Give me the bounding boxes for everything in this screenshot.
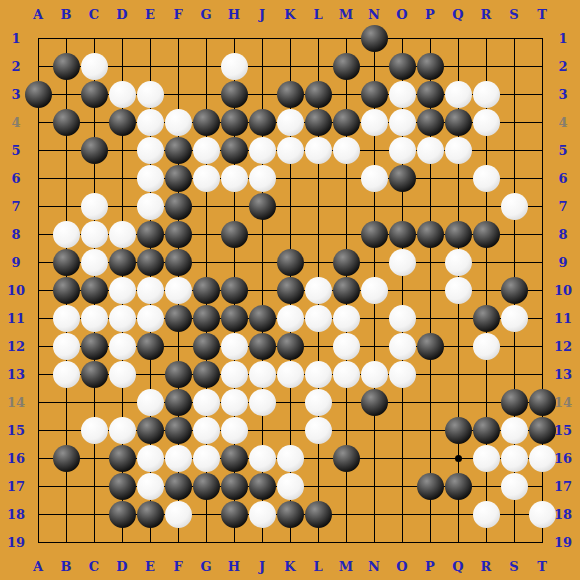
col-label-bottom-N: N	[368, 559, 380, 574]
col-label-top-A: A	[33, 7, 43, 22]
stone-black-H4[interactable]	[221, 109, 248, 136]
stone-black-E18[interactable]	[137, 501, 164, 528]
col-label-bottom-J: J	[259, 559, 265, 574]
stone-white-M5[interactable]	[333, 137, 360, 164]
stone-black-G4[interactable]	[193, 109, 220, 136]
row-label-right-7: 7	[558, 199, 567, 214]
row-label-right-9: 9	[558, 255, 567, 270]
stone-black-P8[interactable]	[417, 221, 444, 248]
stone-black-H8[interactable]	[221, 221, 248, 248]
row-label-left-4: 4	[11, 115, 20, 130]
stone-black-G12[interactable]	[193, 333, 220, 360]
stone-black-K10[interactable]	[277, 277, 304, 304]
col-label-top-H: H	[228, 7, 240, 22]
stone-black-F9[interactable]	[165, 249, 192, 276]
stone-black-H18[interactable]	[221, 501, 248, 528]
row-label-right-2: 2	[558, 59, 567, 74]
row-label-left-3: 3	[11, 87, 20, 102]
stone-black-K12[interactable]	[277, 333, 304, 360]
stone-white-G14[interactable]	[193, 389, 220, 416]
stone-white-N10[interactable]	[361, 277, 388, 304]
row-label-left-11: 11	[7, 311, 25, 326]
row-label-right-13: 13	[554, 367, 572, 382]
stone-black-C13[interactable]	[81, 361, 108, 388]
stone-black-E8[interactable]	[137, 221, 164, 248]
stone-black-J12[interactable]	[249, 333, 276, 360]
stone-black-P12[interactable]	[417, 333, 444, 360]
stone-white-R3[interactable]	[473, 81, 500, 108]
stone-black-C10[interactable]	[81, 277, 108, 304]
col-label-bottom-K: K	[284, 559, 295, 574]
stone-white-F4[interactable]	[165, 109, 192, 136]
stone-white-H13[interactable]	[221, 361, 248, 388]
stone-white-K16[interactable]	[277, 445, 304, 472]
stone-black-C5[interactable]	[81, 137, 108, 164]
row-label-right-1: 1	[558, 31, 567, 46]
stone-black-F8[interactable]	[165, 221, 192, 248]
col-label-top-E: E	[145, 7, 155, 22]
row-label-left-17: 17	[7, 479, 25, 494]
stone-black-H10[interactable]	[221, 277, 248, 304]
row-label-left-10: 10	[7, 283, 25, 298]
stone-white-S11[interactable]	[501, 305, 528, 332]
stone-white-F18[interactable]	[165, 501, 192, 528]
stone-white-C15[interactable]	[81, 417, 108, 444]
stone-black-L3[interactable]	[305, 81, 332, 108]
col-label-bottom-O: O	[396, 559, 407, 574]
grid-line-horizontal	[38, 542, 543, 543]
row-label-right-16: 16	[554, 451, 572, 466]
col-label-bottom-R: R	[481, 559, 492, 574]
stone-white-Q10[interactable]	[445, 277, 472, 304]
stone-black-A3[interactable]	[25, 81, 52, 108]
row-label-right-5: 5	[558, 143, 567, 158]
stone-white-K13[interactable]	[277, 361, 304, 388]
stone-black-S10[interactable]	[501, 277, 528, 304]
stone-black-S14[interactable]	[501, 389, 528, 416]
stone-white-R4[interactable]	[473, 109, 500, 136]
stone-white-O5[interactable]	[389, 137, 416, 164]
stone-white-E11[interactable]	[137, 305, 164, 332]
stone-white-F16[interactable]	[165, 445, 192, 472]
col-label-top-L: L	[313, 7, 322, 22]
stone-black-N3[interactable]	[361, 81, 388, 108]
row-label-right-17: 17	[554, 479, 572, 494]
stone-black-R15[interactable]	[473, 417, 500, 444]
stone-black-K3[interactable]	[277, 81, 304, 108]
col-label-bottom-B: B	[61, 559, 72, 574]
stone-white-K17[interactable]	[277, 473, 304, 500]
stone-black-L18[interactable]	[305, 501, 332, 528]
row-label-right-3: 3	[558, 87, 567, 102]
stone-white-O3[interactable]	[389, 81, 416, 108]
stone-black-Q4[interactable]	[445, 109, 472, 136]
stone-white-R16[interactable]	[473, 445, 500, 472]
col-label-top-F: F	[173, 7, 182, 22]
stone-black-O6[interactable]	[389, 165, 416, 192]
row-label-right-15: 15	[554, 423, 572, 438]
stone-white-H12[interactable]	[221, 333, 248, 360]
stone-black-B4[interactable]	[53, 109, 80, 136]
stone-black-J17[interactable]	[249, 473, 276, 500]
stone-white-E3[interactable]	[137, 81, 164, 108]
stone-white-H14[interactable]	[221, 389, 248, 416]
stone-black-F17[interactable]	[165, 473, 192, 500]
stone-black-T15[interactable]	[529, 417, 556, 444]
stone-black-E12[interactable]	[137, 333, 164, 360]
stone-white-P5[interactable]	[417, 137, 444, 164]
row-label-right-4: 4	[558, 115, 567, 130]
row-label-right-19: 19	[554, 535, 572, 550]
stone-black-M4[interactable]	[333, 109, 360, 136]
stone-white-J16[interactable]	[249, 445, 276, 472]
col-label-top-D: D	[116, 7, 127, 22]
stone-white-S15[interactable]	[501, 417, 528, 444]
stone-white-G16[interactable]	[193, 445, 220, 472]
stone-black-P4[interactable]	[417, 109, 444, 136]
stone-black-E9[interactable]	[137, 249, 164, 276]
stone-black-C12[interactable]	[81, 333, 108, 360]
col-label-top-T: T	[537, 7, 547, 22]
stone-white-M11[interactable]	[333, 305, 360, 332]
stone-white-T18[interactable]	[529, 501, 556, 528]
stone-black-D4[interactable]	[109, 109, 136, 136]
stone-white-E7[interactable]	[137, 193, 164, 220]
stone-white-H6[interactable]	[221, 165, 248, 192]
stone-white-H15[interactable]	[221, 417, 248, 444]
stone-black-D9[interactable]	[109, 249, 136, 276]
stone-white-C9[interactable]	[81, 249, 108, 276]
stone-white-Q5[interactable]	[445, 137, 472, 164]
stone-white-D8[interactable]	[109, 221, 136, 248]
col-label-bottom-E: E	[145, 559, 155, 574]
row-label-left-5: 5	[11, 143, 20, 158]
stone-white-Q9[interactable]	[445, 249, 472, 276]
stone-black-H11[interactable]	[221, 305, 248, 332]
stone-white-L11[interactable]	[305, 305, 332, 332]
stone-white-R18[interactable]	[473, 501, 500, 528]
stone-white-K5[interactable]	[277, 137, 304, 164]
col-label-top-Q: Q	[452, 7, 463, 22]
row-label-right-11: 11	[554, 311, 572, 326]
stone-black-N1[interactable]	[361, 25, 388, 52]
stone-black-F14[interactable]	[165, 389, 192, 416]
stone-white-E16[interactable]	[137, 445, 164, 472]
stone-black-F7[interactable]	[165, 193, 192, 220]
col-label-bottom-H: H	[228, 559, 240, 574]
row-label-left-15: 15	[7, 423, 25, 438]
col-label-top-R: R	[481, 7, 492, 22]
row-label-left-6: 6	[11, 171, 20, 186]
stone-white-J6[interactable]	[249, 165, 276, 192]
stone-black-N8[interactable]	[361, 221, 388, 248]
stone-black-C3[interactable]	[81, 81, 108, 108]
stone-white-O12[interactable]	[389, 333, 416, 360]
stone-white-S16[interactable]	[501, 445, 528, 472]
stone-black-G11[interactable]	[193, 305, 220, 332]
stone-black-N14[interactable]	[361, 389, 388, 416]
stone-white-R6[interactable]	[473, 165, 500, 192]
stone-white-O4[interactable]	[389, 109, 416, 136]
stone-white-O13[interactable]	[389, 361, 416, 388]
stone-white-R12[interactable]	[473, 333, 500, 360]
stone-white-L14[interactable]	[305, 389, 332, 416]
stone-white-J14[interactable]	[249, 389, 276, 416]
row-label-left-8: 8	[11, 227, 20, 242]
row-label-left-13: 13	[7, 367, 25, 382]
col-label-bottom-M: M	[339, 559, 353, 574]
stone-white-G15[interactable]	[193, 417, 220, 444]
stone-black-H16[interactable]	[221, 445, 248, 472]
stone-black-B9[interactable]	[53, 249, 80, 276]
stone-black-F5[interactable]	[165, 137, 192, 164]
stone-black-J4[interactable]	[249, 109, 276, 136]
col-label-bottom-L: L	[313, 559, 322, 574]
stone-white-E4[interactable]	[137, 109, 164, 136]
stone-black-O2[interactable]	[389, 53, 416, 80]
stone-black-K9[interactable]	[277, 249, 304, 276]
stone-black-J11[interactable]	[249, 305, 276, 332]
stone-white-B12[interactable]	[53, 333, 80, 360]
stone-white-C2[interactable]	[81, 53, 108, 80]
stone-white-E5[interactable]	[137, 137, 164, 164]
stone-black-M2[interactable]	[333, 53, 360, 80]
stone-white-J5[interactable]	[249, 137, 276, 164]
col-label-bottom-Q: Q	[452, 559, 463, 574]
col-label-top-P: P	[425, 7, 435, 22]
row-label-left-1: 1	[11, 31, 20, 46]
col-label-bottom-S: S	[509, 559, 518, 574]
stone-white-K4[interactable]	[277, 109, 304, 136]
stone-white-F10[interactable]	[165, 277, 192, 304]
stone-black-B10[interactable]	[53, 277, 80, 304]
col-label-top-N: N	[368, 7, 380, 22]
stone-white-E6[interactable]	[137, 165, 164, 192]
stone-white-S7[interactable]	[501, 193, 528, 220]
stone-black-D17[interactable]	[109, 473, 136, 500]
row-label-right-14: 14	[554, 395, 572, 410]
stone-black-G17[interactable]	[193, 473, 220, 500]
stone-white-Q3[interactable]	[445, 81, 472, 108]
stone-black-K18[interactable]	[277, 501, 304, 528]
go-board[interactable]: AABBCCDDEEFFGGHHJJKKLLMMNNOOPPQQRRSSTT11…	[0, 0, 580, 580]
stone-white-C8[interactable]	[81, 221, 108, 248]
stone-white-J13[interactable]	[249, 361, 276, 388]
col-label-top-C: C	[89, 7, 99, 22]
stone-black-M16[interactable]	[333, 445, 360, 472]
stone-white-M13[interactable]	[333, 361, 360, 388]
row-label-right-8: 8	[558, 227, 567, 242]
stone-white-D3[interactable]	[109, 81, 136, 108]
row-label-left-19: 19	[7, 535, 25, 550]
stone-white-K11[interactable]	[277, 305, 304, 332]
stone-black-H3[interactable]	[221, 81, 248, 108]
col-label-top-J: J	[259, 7, 265, 22]
stone-white-M12[interactable]	[333, 333, 360, 360]
stone-white-N4[interactable]	[361, 109, 388, 136]
stone-white-D11[interactable]	[109, 305, 136, 332]
stone-white-N6[interactable]	[361, 165, 388, 192]
stone-white-H2[interactable]	[221, 53, 248, 80]
hoshi-dot-Q16	[455, 455, 462, 462]
col-label-top-G: G	[200, 7, 211, 22]
row-label-left-12: 12	[7, 339, 25, 354]
stone-black-H17[interactable]	[221, 473, 248, 500]
col-label-bottom-G: G	[200, 559, 211, 574]
row-label-left-18: 18	[7, 507, 25, 522]
stone-white-O9[interactable]	[389, 249, 416, 276]
stone-white-T16[interactable]	[529, 445, 556, 472]
stone-black-E15[interactable]	[137, 417, 164, 444]
stone-black-T14[interactable]	[529, 389, 556, 416]
row-label-right-12: 12	[554, 339, 572, 354]
row-label-right-10: 10	[554, 283, 572, 298]
row-label-left-7: 7	[11, 199, 20, 214]
stone-white-B8[interactable]	[53, 221, 80, 248]
stone-black-G10[interactable]	[193, 277, 220, 304]
stone-white-B11[interactable]	[53, 305, 80, 332]
stone-black-R11[interactable]	[473, 305, 500, 332]
col-label-top-M: M	[339, 7, 353, 22]
col-label-top-O: O	[396, 7, 407, 22]
stone-black-P3[interactable]	[417, 81, 444, 108]
stone-black-Q17[interactable]	[445, 473, 472, 500]
stone-white-O11[interactable]	[389, 305, 416, 332]
stone-black-R8[interactable]	[473, 221, 500, 248]
col-label-bottom-P: P	[425, 559, 435, 574]
stone-black-D16[interactable]	[109, 445, 136, 472]
stone-black-M10[interactable]	[333, 277, 360, 304]
stone-white-E10[interactable]	[137, 277, 164, 304]
stone-white-L13[interactable]	[305, 361, 332, 388]
stone-white-G6[interactable]	[193, 165, 220, 192]
stone-white-G5[interactable]	[193, 137, 220, 164]
stone-white-L10[interactable]	[305, 277, 332, 304]
stone-white-L15[interactable]	[305, 417, 332, 444]
stone-black-F6[interactable]	[165, 165, 192, 192]
stone-black-M9[interactable]	[333, 249, 360, 276]
stone-black-B16[interactable]	[53, 445, 80, 472]
grid-line-horizontal	[38, 402, 543, 403]
stone-black-L4[interactable]	[305, 109, 332, 136]
stone-black-B2[interactable]	[53, 53, 80, 80]
col-label-top-S: S	[509, 7, 518, 22]
stone-white-S17[interactable]	[501, 473, 528, 500]
stone-black-P17[interactable]	[417, 473, 444, 500]
stone-white-E17[interactable]	[137, 473, 164, 500]
stone-white-B13[interactable]	[53, 361, 80, 388]
stone-black-F15[interactable]	[165, 417, 192, 444]
stone-black-Q8[interactable]	[445, 221, 472, 248]
stone-white-J18[interactable]	[249, 501, 276, 528]
col-label-bottom-F: F	[173, 559, 182, 574]
row-label-right-6: 6	[558, 171, 567, 186]
stone-white-N13[interactable]	[361, 361, 388, 388]
col-label-bottom-D: D	[116, 559, 127, 574]
col-label-bottom-T: T	[537, 559, 547, 574]
stone-white-D10[interactable]	[109, 277, 136, 304]
row-label-left-16: 16	[7, 451, 25, 466]
stone-white-E14[interactable]	[137, 389, 164, 416]
stone-black-P2[interactable]	[417, 53, 444, 80]
stone-white-C11[interactable]	[81, 305, 108, 332]
stone-black-F11[interactable]	[165, 305, 192, 332]
stone-white-C7[interactable]	[81, 193, 108, 220]
stone-black-F13[interactable]	[165, 361, 192, 388]
stone-white-D12[interactable]	[109, 333, 136, 360]
row-label-left-2: 2	[11, 59, 20, 74]
stone-white-D15[interactable]	[109, 417, 136, 444]
col-label-bottom-C: C	[89, 559, 99, 574]
stone-black-D18[interactable]	[109, 501, 136, 528]
col-label-top-K: K	[284, 7, 295, 22]
stone-white-L5[interactable]	[305, 137, 332, 164]
stone-black-G13[interactable]	[193, 361, 220, 388]
stone-black-O8[interactable]	[389, 221, 416, 248]
stone-white-D13[interactable]	[109, 361, 136, 388]
stone-black-H5[interactable]	[221, 137, 248, 164]
row-label-left-9: 9	[11, 255, 20, 270]
col-label-top-B: B	[61, 7, 72, 22]
stone-black-Q15[interactable]	[445, 417, 472, 444]
row-label-right-18: 18	[554, 507, 572, 522]
stone-black-J7[interactable]	[249, 193, 276, 220]
col-label-bottom-A: A	[33, 559, 43, 574]
row-label-left-14: 14	[7, 395, 25, 410]
